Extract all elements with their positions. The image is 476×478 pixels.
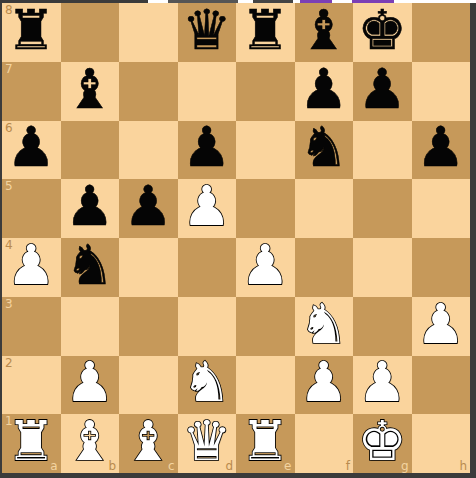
square-h6[interactable]: ♟ [412, 121, 471, 180]
square-c6[interactable] [119, 121, 178, 180]
white-pawn[interactable]: ♟ [299, 356, 348, 411]
white-pawn[interactable]: ♟ [416, 297, 465, 352]
square-a2[interactable]: 2 [2, 356, 61, 415]
square-g2[interactable]: ♟ [353, 356, 412, 415]
square-h5[interactable] [412, 179, 471, 238]
white-knight[interactable]: ♞ [182, 356, 231, 411]
chess-board[interactable]: ♜8♛♜♝♚7♝♟♟♟6♟♞♟5♟♟♟♟4♞♟3♞♟2♟♞♟♟♜1a♝b♝c♛d… [2, 3, 470, 473]
black-pawn[interactable]: ♟ [124, 179, 173, 234]
square-a1[interactable]: ♜1a [2, 414, 61, 473]
square-a4[interactable]: ♟4 [2, 238, 61, 297]
square-b5[interactable]: ♟ [61, 179, 120, 238]
black-pawn[interactable]: ♟ [358, 62, 407, 117]
square-c4[interactable] [119, 238, 178, 297]
square-d7[interactable] [178, 62, 237, 121]
square-f7[interactable]: ♟ [295, 62, 354, 121]
black-queen[interactable]: ♛ [182, 3, 231, 58]
square-a6[interactable]: ♟6 [2, 121, 61, 180]
square-f1[interactable]: f [295, 414, 354, 473]
file-label-h: h [459, 460, 467, 472]
file-label-g: g [401, 460, 409, 472]
file-label-f: f [346, 460, 350, 472]
square-f5[interactable] [295, 179, 354, 238]
white-rook[interactable]: ♜ [7, 414, 56, 469]
square-f6[interactable]: ♞ [295, 121, 354, 180]
rank-label-1: 1 [5, 415, 13, 427]
square-a3[interactable]: 3 [2, 297, 61, 356]
square-h7[interactable] [412, 62, 471, 121]
white-bishop[interactable]: ♝ [124, 414, 173, 469]
rank-label-4: 4 [5, 239, 13, 251]
black-rook[interactable]: ♜ [241, 3, 290, 58]
square-c3[interactable] [119, 297, 178, 356]
black-rook[interactable]: ♜ [7, 3, 56, 58]
page: ♜8♛♜♝♚7♝♟♟♟6♟♞♟5♟♟♟♟4♞♟3♞♟2♟♞♟♟♜1a♝b♝c♛d… [0, 0, 476, 478]
square-h3[interactable]: ♟ [412, 297, 471, 356]
file-label-d: d [225, 460, 233, 472]
square-a5[interactable]: 5 [2, 179, 61, 238]
black-bishop[interactable]: ♝ [299, 3, 348, 58]
square-g7[interactable]: ♟ [353, 62, 412, 121]
white-pawn[interactable]: ♟ [65, 356, 114, 411]
square-g3[interactable] [353, 297, 412, 356]
square-g1[interactable]: ♚g [353, 414, 412, 473]
file-label-c: c [168, 460, 175, 472]
rank-label-8: 8 [5, 4, 13, 16]
rank-label-3: 3 [5, 298, 13, 310]
square-h4[interactable] [412, 238, 471, 297]
rank-label-7: 7 [5, 63, 13, 75]
square-g8[interactable]: ♚ [353, 3, 412, 62]
rank-label-5: 5 [5, 180, 13, 192]
black-pawn[interactable]: ♟ [182, 121, 231, 176]
white-pawn[interactable]: ♟ [358, 356, 407, 411]
white-king[interactable]: ♚ [358, 414, 407, 469]
square-f2[interactable]: ♟ [295, 356, 354, 415]
square-e8[interactable]: ♜ [236, 3, 295, 62]
square-b7[interactable]: ♝ [61, 62, 120, 121]
square-f8[interactable]: ♝ [295, 3, 354, 62]
square-d4[interactable] [178, 238, 237, 297]
square-e3[interactable] [236, 297, 295, 356]
white-bishop[interactable]: ♝ [65, 414, 114, 469]
square-f3[interactable]: ♞ [295, 297, 354, 356]
file-label-b: b [108, 460, 116, 472]
square-g6[interactable] [353, 121, 412, 180]
square-a7[interactable]: 7 [2, 62, 61, 121]
square-d8[interactable]: ♛ [178, 3, 237, 62]
square-b1[interactable]: ♝b [61, 414, 120, 473]
square-c7[interactable] [119, 62, 178, 121]
square-g5[interactable] [353, 179, 412, 238]
white-knight[interactable]: ♞ [299, 297, 348, 352]
file-label-a: a [50, 460, 57, 472]
black-bishop[interactable]: ♝ [65, 62, 114, 117]
white-queen[interactable]: ♛ [182, 414, 231, 469]
square-d5[interactable]: ♟ [178, 179, 237, 238]
black-knight[interactable]: ♞ [299, 121, 348, 176]
square-e4[interactable]: ♟ [236, 238, 295, 297]
square-b4[interactable]: ♞ [61, 238, 120, 297]
square-e2[interactable] [236, 356, 295, 415]
square-h2[interactable] [412, 356, 471, 415]
square-g4[interactable] [353, 238, 412, 297]
square-b6[interactable] [61, 121, 120, 180]
square-d6[interactable]: ♟ [178, 121, 237, 180]
square-e7[interactable] [236, 62, 295, 121]
black-pawn[interactable]: ♟ [65, 179, 114, 234]
white-pawn[interactable]: ♟ [7, 238, 56, 293]
square-e1[interactable]: ♜e [236, 414, 295, 473]
file-label-e: e [284, 460, 291, 472]
square-f4[interactable] [295, 238, 354, 297]
square-h8[interactable] [412, 3, 471, 62]
square-c2[interactable] [119, 356, 178, 415]
square-e5[interactable] [236, 179, 295, 238]
square-e6[interactable] [236, 121, 295, 180]
square-d1[interactable]: ♛d [178, 414, 237, 473]
white-rook[interactable]: ♜ [241, 414, 290, 469]
black-knight[interactable]: ♞ [65, 238, 114, 293]
white-pawn[interactable]: ♟ [182, 179, 231, 234]
square-c8[interactable] [119, 3, 178, 62]
square-b3[interactable] [61, 297, 120, 356]
black-pawn[interactable]: ♟ [299, 62, 348, 117]
square-a8[interactable]: ♜8 [2, 3, 61, 62]
square-h1[interactable]: h [412, 414, 471, 473]
black-king[interactable]: ♚ [358, 3, 407, 58]
square-d3[interactable] [178, 297, 237, 356]
square-c5[interactable]: ♟ [119, 179, 178, 238]
white-pawn[interactable]: ♟ [241, 238, 290, 293]
square-b8[interactable] [61, 3, 120, 62]
black-pawn[interactable]: ♟ [7, 121, 56, 176]
square-b2[interactable]: ♟ [61, 356, 120, 415]
rank-label-6: 6 [5, 122, 13, 134]
black-pawn[interactable]: ♟ [416, 121, 465, 176]
square-d2[interactable]: ♞ [178, 356, 237, 415]
rank-label-2: 2 [5, 357, 13, 369]
square-c1[interactable]: ♝c [119, 414, 178, 473]
